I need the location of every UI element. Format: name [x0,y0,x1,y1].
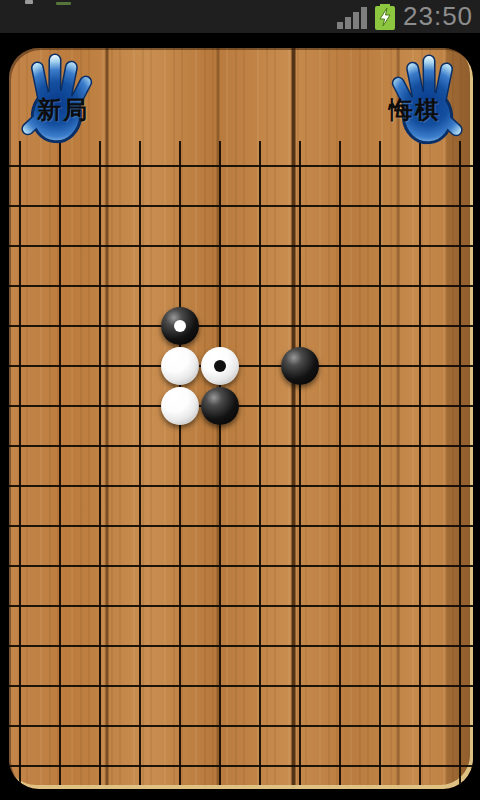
black-stone [201,387,239,425]
status-bar: 23:50 [0,0,480,33]
last-move-marker [214,360,226,372]
grid-horizontal-lines [9,165,473,769]
battery-charging-icon [372,4,398,30]
clock: 23:50 [403,1,473,32]
notification-icon [25,0,33,4]
last-move-marker [174,320,186,332]
black-stone [161,307,199,345]
white-stone [201,347,239,385]
undo-label[interactable]: 悔棋 [389,94,441,126]
black-stone [281,347,319,385]
gomoku-board[interactable]: 新局 悔棋 [9,48,473,789]
signal-strength-icon [337,7,369,29]
new-game-label[interactable]: 新局 [37,94,89,126]
white-stone [161,347,199,385]
white-stone [161,387,199,425]
notification-icon-green [56,2,71,5]
phone-screen: 23:50 [0,0,480,800]
